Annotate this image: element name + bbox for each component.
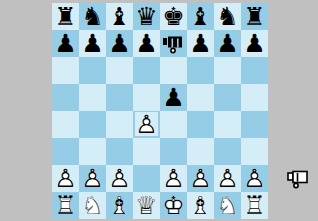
white-pawn-outline: ♙ xyxy=(106,165,133,192)
square-d1[interactable]: ♛♕ xyxy=(133,192,160,219)
square-b1[interactable]: ♞♘ xyxy=(79,192,106,219)
square-h4[interactable] xyxy=(241,111,268,138)
square-a6[interactable] xyxy=(52,57,79,84)
square-e4[interactable] xyxy=(160,111,187,138)
square-f7[interactable]: ♟ xyxy=(187,30,214,57)
square-b4[interactable] xyxy=(79,111,106,138)
square-h3[interactable] xyxy=(241,138,268,165)
white-rook-outline: ♖ xyxy=(241,192,268,219)
black-hand-icon xyxy=(162,33,184,55)
white-knight-outline: ♘ xyxy=(214,192,241,219)
square-a7[interactable]: ♟ xyxy=(52,30,79,57)
square-f2[interactable]: ♟♙ xyxy=(187,165,214,192)
square-e6[interactable] xyxy=(160,57,187,84)
square-e2[interactable]: ♟♙ xyxy=(160,165,187,192)
black-pawn[interactable]: ♟ xyxy=(187,30,214,57)
square-a2[interactable]: ♟♙ xyxy=(52,165,79,192)
square-c7[interactable]: ♟ xyxy=(106,30,133,57)
square-g6[interactable] xyxy=(214,57,241,84)
square-c4[interactable] xyxy=(106,111,133,138)
square-g3[interactable] xyxy=(214,138,241,165)
black-rook[interactable]: ♜ xyxy=(241,3,268,30)
square-g1[interactable]: ♞♘ xyxy=(214,192,241,219)
black-pawn[interactable]: ♟ xyxy=(214,30,241,57)
square-d3[interactable] xyxy=(133,138,160,165)
square-b2[interactable]: ♟♙ xyxy=(79,165,106,192)
white-pawn-outline: ♙ xyxy=(52,165,79,192)
square-d6[interactable] xyxy=(133,57,160,84)
white-pawn-outline: ♙ xyxy=(214,165,241,192)
square-a1[interactable]: ♜♖ xyxy=(52,192,79,219)
square-f6[interactable] xyxy=(187,57,214,84)
black-pawn[interactable]: ♟ xyxy=(160,84,187,111)
square-a4[interactable] xyxy=(52,111,79,138)
square-c2[interactable]: ♟♙ xyxy=(106,165,133,192)
square-f1[interactable]: ♝♗ xyxy=(187,192,214,219)
square-a5[interactable] xyxy=(52,84,79,111)
black-pawn[interactable]: ♟ xyxy=(79,30,106,57)
square-b5[interactable] xyxy=(79,84,106,111)
white-king-outline: ♔ xyxy=(160,192,187,219)
square-h8[interactable]: ♜ xyxy=(241,3,268,30)
square-d8[interactable]: ♛ xyxy=(133,3,160,30)
square-h1[interactable]: ♜♖ xyxy=(241,192,268,219)
white-queen-outline: ♕ xyxy=(133,192,160,219)
white-pawn-outline: ♙ xyxy=(187,165,214,192)
square-d5[interactable] xyxy=(133,84,160,111)
black-bishop[interactable]: ♝ xyxy=(187,3,214,30)
square-d2[interactable] xyxy=(133,165,160,192)
chess-board: ♜♞♝♛♚♝♞♜♟♟♟♟♟♟♟♟♟♙♟♙♟♙♟♙♟♙♟♙♟♙♟♙♜♖♞♘♝♗♛♕… xyxy=(52,3,268,219)
square-c5[interactable] xyxy=(106,84,133,111)
black-pawn[interactable]: ♟ xyxy=(106,30,133,57)
black-pawn[interactable]: ♟ xyxy=(133,30,160,57)
square-f4[interactable] xyxy=(187,111,214,138)
white-pawn-outline: ♙ xyxy=(133,111,160,138)
white-bishop-outline: ♗ xyxy=(187,192,214,219)
square-b7[interactable]: ♟ xyxy=(79,30,106,57)
square-e5[interactable]: ♟ xyxy=(160,84,187,111)
square-h7[interactable]: ♟ xyxy=(241,30,268,57)
square-g8[interactable]: ♞ xyxy=(214,3,241,30)
square-f8[interactable]: ♝ xyxy=(187,3,214,30)
square-d7[interactable]: ♟ xyxy=(133,30,160,57)
square-g5[interactable] xyxy=(214,84,241,111)
square-e7[interactable] xyxy=(160,30,187,57)
square-e1[interactable]: ♚♔ xyxy=(160,192,187,219)
black-knight[interactable]: ♞ xyxy=(214,3,241,30)
square-e3[interactable] xyxy=(160,138,187,165)
white-bishop-outline: ♗ xyxy=(106,192,133,219)
square-b3[interactable] xyxy=(79,138,106,165)
white-pawn-outline: ♙ xyxy=(79,165,106,192)
square-c8[interactable]: ♝ xyxy=(106,3,133,30)
square-f3[interactable] xyxy=(187,138,214,165)
black-king[interactable]: ♚ xyxy=(160,3,187,30)
white-knight-outline: ♘ xyxy=(79,192,106,219)
square-g7[interactable]: ♟ xyxy=(214,30,241,57)
square-a8[interactable]: ♜ xyxy=(52,3,79,30)
black-pawn[interactable]: ♟ xyxy=(52,30,79,57)
white-pawn-outline: ♙ xyxy=(160,165,187,192)
square-c1[interactable]: ♝♗ xyxy=(106,192,133,219)
square-h2[interactable]: ♟♙ xyxy=(241,165,268,192)
square-f5[interactable] xyxy=(187,84,214,111)
square-g4[interactable] xyxy=(214,111,241,138)
black-rook[interactable]: ♜ xyxy=(52,3,79,30)
black-pawn[interactable]: ♟ xyxy=(241,30,268,57)
white-rook-outline: ♖ xyxy=(52,192,79,219)
black-queen[interactable]: ♛ xyxy=(133,3,160,30)
square-b8[interactable]: ♞ xyxy=(79,3,106,30)
black-knight[interactable]: ♞ xyxy=(79,3,106,30)
black-bishop[interactable]: ♝ xyxy=(106,3,133,30)
white-pawn-outline: ♙ xyxy=(241,165,268,192)
square-c3[interactable] xyxy=(106,138,133,165)
square-c6[interactable] xyxy=(106,57,133,84)
square-b6[interactable] xyxy=(79,57,106,84)
square-d4[interactable]: ♟♙ xyxy=(133,111,160,138)
square-a3[interactable] xyxy=(52,138,79,165)
square-g2[interactable]: ♟♙ xyxy=(214,165,241,192)
square-h6[interactable] xyxy=(241,57,268,84)
square-h5[interactable] xyxy=(241,84,268,111)
chess-app-window: { "game": "chess", "app": { "description… xyxy=(0,0,318,221)
square-e8[interactable]: ♚ xyxy=(160,3,187,30)
